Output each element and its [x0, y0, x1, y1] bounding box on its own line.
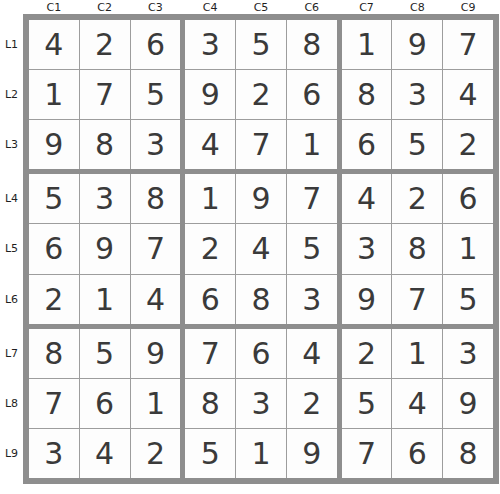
cell-L5C1[interactable]: 6 [29, 224, 79, 273]
cell-L3C3[interactable]: 3 [131, 120, 181, 169]
cell-L1C8[interactable]: 9 [392, 20, 442, 69]
cell-L5C3[interactable]: 7 [131, 224, 181, 273]
cell-L5C4[interactable]: 2 [185, 224, 235, 273]
cell-L2C8[interactable]: 3 [392, 70, 442, 119]
cell-L4C7[interactable]: 4 [342, 174, 392, 223]
row-label-group: L7L8L9 [0, 329, 23, 478]
cell-L6C2[interactable]: 1 [80, 275, 130, 324]
column-label-group: C4C5C6 [185, 0, 336, 14]
column-label-group: C1C2C3 [29, 0, 180, 14]
cell-L5C2[interactable]: 9 [80, 224, 130, 273]
cell-L5C6[interactable]: 5 [287, 224, 337, 273]
cell-L8C5[interactable]: 3 [236, 379, 286, 428]
cell-L8C1[interactable]: 7 [29, 379, 79, 428]
cell-L9C4[interactable]: 5 [185, 429, 235, 478]
column-label-C4: C4 [185, 0, 235, 14]
cell-L2C3[interactable]: 5 [131, 70, 181, 119]
cell-L6C7[interactable]: 9 [342, 275, 392, 324]
cell-L1C4[interactable]: 3 [185, 20, 235, 69]
cell-L2C5[interactable]: 2 [236, 70, 286, 119]
cell-L6C4[interactable]: 6 [185, 275, 235, 324]
cell-L7C2[interactable]: 5 [80, 329, 130, 378]
row-label-group: L1L2L3 [0, 20, 23, 169]
column-label-C6: C6 [287, 0, 337, 14]
cell-L6C9[interactable]: 5 [443, 275, 493, 324]
cell-L4C9[interactable]: 6 [443, 174, 493, 223]
sudoku-diagram: C1C2C3C4C5C6C7C8C9 L1L2L3L4L5L6L7L8L9 42… [0, 0, 500, 494]
cell-L8C6[interactable]: 2 [287, 379, 337, 428]
cell-L4C4[interactable]: 1 [185, 174, 235, 223]
row-label-L9: L9 [0, 429, 23, 478]
cell-L7C1[interactable]: 8 [29, 329, 79, 378]
cell-L7C3[interactable]: 9 [131, 329, 181, 378]
row-label-L1: L1 [0, 20, 23, 69]
column-label-C7: C7 [342, 0, 392, 14]
cell-L2C2[interactable]: 7 [80, 70, 130, 119]
cell-L8C9[interactable]: 9 [443, 379, 493, 428]
cell-L9C8[interactable]: 6 [392, 429, 442, 478]
row-label-L3: L3 [0, 120, 23, 169]
cell-L4C3[interactable]: 8 [131, 174, 181, 223]
cell-L3C9[interactable]: 2 [443, 120, 493, 169]
cell-L7C9[interactable]: 3 [443, 329, 493, 378]
box-2: 358926471 [185, 20, 336, 169]
row-label-L5: L5 [0, 224, 23, 273]
cell-L6C5[interactable]: 8 [236, 275, 286, 324]
box-8: 764832519 [185, 329, 336, 478]
column-label-group: C7C8C9 [342, 0, 493, 14]
cell-L6C6[interactable]: 3 [287, 275, 337, 324]
cell-L8C2[interactable]: 6 [80, 379, 130, 428]
cell-L6C3[interactable]: 4 [131, 275, 181, 324]
row-label-L7: L7 [0, 329, 23, 378]
cell-L2C1[interactable]: 1 [29, 70, 79, 119]
column-label-C9: C9 [443, 0, 493, 14]
cell-L7C4[interactable]: 7 [185, 329, 235, 378]
cell-L8C3[interactable]: 1 [131, 379, 181, 428]
cell-L6C8[interactable]: 7 [392, 275, 442, 324]
column-label-C2: C2 [80, 0, 130, 14]
cell-L8C7[interactable]: 5 [342, 379, 392, 428]
cell-L7C7[interactable]: 2 [342, 329, 392, 378]
cell-L4C6[interactable]: 7 [287, 174, 337, 223]
row-label-L8: L8 [0, 379, 23, 428]
cell-L3C5[interactable]: 7 [236, 120, 286, 169]
cell-L5C9[interactable]: 1 [443, 224, 493, 273]
cell-L9C7[interactable]: 7 [342, 429, 392, 478]
cell-L1C2[interactable]: 2 [80, 20, 130, 69]
column-label-C3: C3 [131, 0, 181, 14]
cell-L2C4[interactable]: 9 [185, 70, 235, 119]
cell-L4C8[interactable]: 2 [392, 174, 442, 223]
box-4: 538697214 [29, 174, 180, 323]
box-6: 426381975 [342, 174, 493, 323]
cell-L8C8[interactable]: 4 [392, 379, 442, 428]
cell-L2C6[interactable]: 6 [287, 70, 337, 119]
cell-L5C8[interactable]: 8 [392, 224, 442, 273]
column-label-C8: C8 [392, 0, 442, 14]
cell-L4C5[interactable]: 9 [236, 174, 286, 223]
cell-L1C7[interactable]: 1 [342, 20, 392, 69]
cell-L9C1[interactable]: 3 [29, 429, 79, 478]
cell-L1C9[interactable]: 7 [443, 20, 493, 69]
column-label-C5: C5 [236, 0, 286, 14]
cell-L1C6[interactable]: 8 [287, 20, 337, 69]
cell-L4C2[interactable]: 3 [80, 174, 130, 223]
row-labels: L1L2L3L4L5L6L7L8L9 [0, 14, 23, 484]
cell-L3C1[interactable]: 9 [29, 120, 79, 169]
cell-L9C6[interactable]: 9 [287, 429, 337, 478]
cell-L9C3[interactable]: 2 [131, 429, 181, 478]
box-3: 197834652 [342, 20, 493, 169]
cell-L3C7[interactable]: 6 [342, 120, 392, 169]
cell-L7C5[interactable]: 6 [236, 329, 286, 378]
cell-L3C8[interactable]: 5 [392, 120, 442, 169]
cell-L9C2[interactable]: 4 [80, 429, 130, 478]
sudoku-board: 4261759833589264711978346525386972141972… [23, 14, 499, 484]
cell-L3C4[interactable]: 4 [185, 120, 235, 169]
column-label-C1: C1 [29, 0, 79, 14]
cell-L9C5[interactable]: 1 [236, 429, 286, 478]
cell-L2C9[interactable]: 4 [443, 70, 493, 119]
cell-L8C4[interactable]: 8 [185, 379, 235, 428]
cell-L5C7[interactable]: 3 [342, 224, 392, 273]
box-5: 197245683 [185, 174, 336, 323]
row-label-L2: L2 [0, 70, 23, 119]
row-label-group: L4L5L6 [0, 174, 23, 323]
column-labels: C1C2C3C4C5C6C7C8C9 [23, 0, 499, 14]
cell-L7C8[interactable]: 1 [392, 329, 442, 378]
row-label-L6: L6 [0, 275, 23, 324]
cell-L1C1[interactable]: 4 [29, 20, 79, 69]
cell-L4C1[interactable]: 5 [29, 174, 79, 223]
box-7: 859761342 [29, 329, 180, 478]
cell-L3C2[interactable]: 8 [80, 120, 130, 169]
cell-L5C5[interactable]: 4 [236, 224, 286, 273]
cell-L1C3[interactable]: 6 [131, 20, 181, 69]
cell-L1C5[interactable]: 5 [236, 20, 286, 69]
box-1: 426175983 [29, 20, 180, 169]
row-label-L4: L4 [0, 174, 23, 223]
cell-L2C7[interactable]: 8 [342, 70, 392, 119]
cell-L6C1[interactable]: 2 [29, 275, 79, 324]
cell-L7C6[interactable]: 4 [287, 329, 337, 378]
cell-L9C9[interactable]: 8 [443, 429, 493, 478]
box-9: 213549768 [342, 329, 493, 478]
cell-L3C6[interactable]: 1 [287, 120, 337, 169]
